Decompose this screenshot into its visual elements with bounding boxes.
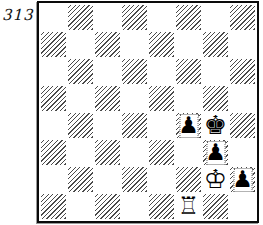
- square-d8: [121, 4, 148, 31]
- square-h3: [229, 139, 256, 166]
- square-f1: ♖: [175, 193, 202, 220]
- square-c4: [94, 112, 121, 139]
- square-b6: [67, 58, 94, 85]
- piece-white-rook: ♖: [178, 193, 200, 220]
- square-d1: [121, 193, 148, 220]
- square-e7: [148, 31, 175, 58]
- square-a1: [40, 193, 67, 220]
- piece-black-pawn: ♟: [178, 112, 199, 139]
- square-b2: [67, 166, 94, 193]
- square-a7: [40, 31, 67, 58]
- square-c6: [94, 58, 121, 85]
- square-h8: [229, 4, 256, 31]
- square-g8: [202, 4, 229, 31]
- square-d6: [121, 58, 148, 85]
- piece-white-king: ♔: [204, 166, 227, 193]
- square-h2: ♟: [229, 166, 256, 193]
- square-c3: [94, 139, 121, 166]
- square-h4: [229, 112, 256, 139]
- square-g4: ♚: [202, 112, 229, 139]
- square-d2: [121, 166, 148, 193]
- square-c8: [94, 4, 121, 31]
- square-g5: [202, 85, 229, 112]
- square-f8: [175, 4, 202, 31]
- square-g7: [202, 31, 229, 58]
- square-f7: [175, 31, 202, 58]
- square-a5: [40, 85, 67, 112]
- square-b7: [67, 31, 94, 58]
- square-h7: [229, 31, 256, 58]
- square-b5: [67, 85, 94, 112]
- square-b1: [67, 193, 94, 220]
- square-e2: [148, 166, 175, 193]
- square-e5: [148, 85, 175, 112]
- square-e6: [148, 58, 175, 85]
- piece-black-pawn: ♟: [205, 139, 226, 166]
- square-g3: ♟: [202, 139, 229, 166]
- square-h1: [229, 193, 256, 220]
- square-e4: [148, 112, 175, 139]
- square-d7: [121, 31, 148, 58]
- square-b4: [67, 112, 94, 139]
- square-d4: [121, 112, 148, 139]
- square-f5: [175, 85, 202, 112]
- square-h6: [229, 58, 256, 85]
- piece-black-pawn: ♟: [232, 166, 253, 193]
- square-d5: [121, 85, 148, 112]
- square-a3: [40, 139, 67, 166]
- diagram-number: 313: [2, 6, 36, 24]
- square-c7: [94, 31, 121, 58]
- square-c5: [94, 85, 121, 112]
- square-e8: [148, 4, 175, 31]
- square-c2: [94, 166, 121, 193]
- square-d3: [121, 139, 148, 166]
- square-f3: [175, 139, 202, 166]
- square-g1: [202, 193, 229, 220]
- square-e3: [148, 139, 175, 166]
- square-b3: [67, 139, 94, 166]
- chess-board: ♟♚♟♔♟♖: [37, 1, 259, 223]
- square-b8: [67, 4, 94, 31]
- square-f2: [175, 166, 202, 193]
- square-f4: ♟: [175, 112, 202, 139]
- piece-black-king: ♚: [204, 112, 227, 139]
- square-a2: [40, 166, 67, 193]
- square-a8: [40, 4, 67, 31]
- square-a6: [40, 58, 67, 85]
- square-h5: [229, 85, 256, 112]
- chess-diagram: 313 ♟♚♟♔♟♖: [0, 0, 263, 225]
- square-c1: [94, 193, 121, 220]
- square-g2: ♔: [202, 166, 229, 193]
- square-a4: [40, 112, 67, 139]
- square-f6: [175, 58, 202, 85]
- square-g6: [202, 58, 229, 85]
- square-e1: [148, 193, 175, 220]
